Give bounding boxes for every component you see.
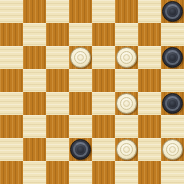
square-f4[interactable] (115, 92, 138, 115)
checkers-board (0, 0, 184, 184)
square-a4 (0, 92, 23, 115)
square-c6 (46, 46, 69, 69)
square-b3 (23, 115, 46, 138)
square-g1[interactable] (138, 161, 161, 184)
square-c5[interactable] (46, 69, 69, 92)
square-f3 (115, 115, 138, 138)
square-a1[interactable] (0, 161, 23, 184)
square-h3 (161, 115, 184, 138)
square-e1[interactable] (92, 161, 115, 184)
black-man-h4[interactable] (162, 93, 183, 114)
square-g5[interactable] (138, 69, 161, 92)
square-d8[interactable] (69, 0, 92, 23)
black-man-h8[interactable] (162, 1, 183, 22)
square-g4 (138, 92, 161, 115)
square-e2 (92, 138, 115, 161)
square-a6 (0, 46, 23, 69)
square-d7 (69, 23, 92, 46)
square-h8[interactable] (161, 0, 184, 23)
square-b6[interactable] (23, 46, 46, 69)
square-f1 (115, 161, 138, 184)
square-b8[interactable] (23, 0, 46, 23)
square-h1 (161, 161, 184, 184)
square-g7[interactable] (138, 23, 161, 46)
square-b4[interactable] (23, 92, 46, 115)
square-d2[interactable] (69, 138, 92, 161)
square-d3 (69, 115, 92, 138)
square-h2[interactable] (161, 138, 184, 161)
square-f5 (115, 69, 138, 92)
square-a8 (0, 0, 23, 23)
white-man-f2[interactable] (116, 139, 137, 160)
square-a2 (0, 138, 23, 161)
black-man-h6[interactable] (162, 47, 183, 68)
square-d1 (69, 161, 92, 184)
square-h7 (161, 23, 184, 46)
square-b2[interactable] (23, 138, 46, 161)
white-man-f6[interactable] (116, 47, 137, 68)
square-a3[interactable] (0, 115, 23, 138)
white-man-h2[interactable] (162, 139, 183, 160)
square-g2 (138, 138, 161, 161)
square-f2[interactable] (115, 138, 138, 161)
square-d6[interactable] (69, 46, 92, 69)
square-d4[interactable] (69, 92, 92, 115)
black-man-d2[interactable] (70, 139, 91, 160)
square-b7 (23, 23, 46, 46)
square-e3[interactable] (92, 115, 115, 138)
square-b1 (23, 161, 46, 184)
square-e6 (92, 46, 115, 69)
square-g3[interactable] (138, 115, 161, 138)
square-a7[interactable] (0, 23, 23, 46)
square-h6[interactable] (161, 46, 184, 69)
square-h4[interactable] (161, 92, 184, 115)
square-c7[interactable] (46, 23, 69, 46)
square-g6 (138, 46, 161, 69)
square-e5[interactable] (92, 69, 115, 92)
square-e4 (92, 92, 115, 115)
square-c2 (46, 138, 69, 161)
square-f7 (115, 23, 138, 46)
square-h5 (161, 69, 184, 92)
white-man-d6[interactable] (70, 47, 91, 68)
square-g8 (138, 0, 161, 23)
square-c1[interactable] (46, 161, 69, 184)
square-c4 (46, 92, 69, 115)
square-b5 (23, 69, 46, 92)
square-f6[interactable] (115, 46, 138, 69)
square-a5[interactable] (0, 69, 23, 92)
square-e8 (92, 0, 115, 23)
square-c3[interactable] (46, 115, 69, 138)
square-f8[interactable] (115, 0, 138, 23)
square-c8 (46, 0, 69, 23)
square-e7[interactable] (92, 23, 115, 46)
white-man-f4[interactable] (116, 93, 137, 114)
square-d5 (69, 69, 92, 92)
